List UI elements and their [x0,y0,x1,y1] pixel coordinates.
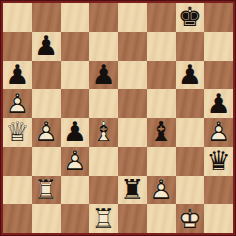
square-d5[interactable] [89,89,118,118]
square-c3[interactable]: ♟♙ [61,147,90,176]
square-b6[interactable] [32,61,61,90]
piece-white-rook[interactable]: ♜♖ [32,176,61,205]
square-g2[interactable] [176,176,205,205]
piece-white-pawn[interactable]: ♟♙ [32,118,61,147]
bishop-glyph-outline: ♗ [89,118,118,147]
square-g3[interactable] [176,147,205,176]
square-e4[interactable] [118,118,147,147]
square-b5[interactable] [32,89,61,118]
piece-black-pawn[interactable]: ♟ [176,61,205,90]
square-f1[interactable] [147,204,176,233]
square-g8[interactable]: ♚ [176,3,205,32]
pawn-glyph-outline: ♙ [204,118,233,147]
rook-glyph-outline: ♖ [32,176,61,205]
square-a2[interactable] [3,176,32,205]
square-b8[interactable] [32,3,61,32]
square-g5[interactable] [176,89,205,118]
square-c6[interactable] [61,61,90,90]
pawn-glyph: ♟ [204,89,233,118]
square-c8[interactable] [61,3,90,32]
square-d2[interactable] [89,176,118,205]
pawn-glyph: ♟ [32,32,61,61]
square-a6[interactable]: ♟ [3,61,32,90]
square-b3[interactable] [32,147,61,176]
square-e1[interactable] [118,204,147,233]
piece-black-pawn[interactable]: ♟ [204,89,233,118]
square-d4[interactable]: ♝♗ [89,118,118,147]
piece-white-bishop[interactable]: ♝♗ [89,118,118,147]
pawn-glyph-outline: ♙ [3,89,32,118]
square-a8[interactable] [3,3,32,32]
square-b2[interactable]: ♜♖ [32,176,61,205]
piece-white-pawn[interactable]: ♟♙ [204,118,233,147]
square-a5[interactable]: ♟♙ [3,89,32,118]
square-h7[interactable] [204,32,233,61]
piece-black-pawn[interactable]: ♟ [32,32,61,61]
piece-black-pawn[interactable]: ♟ [61,118,90,147]
rook-glyph-outline: ♖ [89,204,118,233]
square-e2[interactable]: ♜ [118,176,147,205]
square-a1[interactable] [3,204,32,233]
square-c7[interactable] [61,32,90,61]
pawn-glyph: ♟ [3,61,32,90]
square-c5[interactable] [61,89,90,118]
square-f8[interactable] [147,3,176,32]
square-b7[interactable]: ♟ [32,32,61,61]
square-b1[interactable] [32,204,61,233]
piece-white-king[interactable]: ♚♔ [176,204,205,233]
pawn-glyph-outline: ♙ [147,176,176,205]
square-a7[interactable] [3,32,32,61]
square-h1[interactable] [204,204,233,233]
square-a3[interactable] [3,147,32,176]
square-c1[interactable] [61,204,90,233]
square-h8[interactable] [204,3,233,32]
piece-black-king[interactable]: ♚ [176,3,205,32]
piece-black-rook[interactable]: ♜ [118,176,147,205]
king-glyph: ♚ [176,3,205,32]
square-d7[interactable] [89,32,118,61]
square-h5[interactable]: ♟ [204,89,233,118]
square-c2[interactable] [61,176,90,205]
square-h6[interactable] [204,61,233,90]
square-h4[interactable]: ♟♙ [204,118,233,147]
piece-white-queen[interactable]: ♛♕ [3,118,32,147]
pawn-glyph: ♟ [61,118,90,147]
square-c4[interactable]: ♟ [61,118,90,147]
rook-glyph: ♜ [118,176,147,205]
square-d1[interactable]: ♜♖ [89,204,118,233]
piece-white-pawn[interactable]: ♟♙ [61,147,90,176]
square-e3[interactable] [118,147,147,176]
queen-glyph: ♛ [204,147,233,176]
queen-glyph-outline: ♕ [3,118,32,147]
square-f3[interactable] [147,147,176,176]
square-g4[interactable] [176,118,205,147]
square-d6[interactable]: ♟ [89,61,118,90]
square-e7[interactable] [118,32,147,61]
pawn-glyph: ♟ [176,61,205,90]
pawn-glyph-outline: ♙ [32,118,61,147]
square-f4[interactable]: ♝ [147,118,176,147]
square-f2[interactable]: ♟♙ [147,176,176,205]
piece-white-pawn[interactable]: ♟♙ [3,89,32,118]
bishop-glyph: ♝ [147,118,176,147]
square-f5[interactable] [147,89,176,118]
piece-white-rook[interactable]: ♜♖ [89,204,118,233]
piece-black-bishop[interactable]: ♝ [147,118,176,147]
pawn-glyph: ♟ [89,61,118,90]
pawn-glyph-outline: ♙ [61,147,90,176]
square-b4[interactable]: ♟♙ [32,118,61,147]
square-g7[interactable] [176,32,205,61]
chess-board-frame: ♚♟♟♟♟♟♙♟♛♕♟♙♟♝♗♝♟♙♟♙♛♜♖♜♟♙♜♖♚♔ [0,0,236,236]
square-d3[interactable] [89,147,118,176]
square-a4[interactable]: ♛♕ [3,118,32,147]
chess-board: ♚♟♟♟♟♟♙♟♛♕♟♙♟♝♗♝♟♙♟♙♛♜♖♜♟♙♜♖♚♔ [3,3,233,233]
piece-black-pawn[interactable]: ♟ [3,61,32,90]
piece-black-queen[interactable]: ♛ [204,147,233,176]
square-e6[interactable] [118,61,147,90]
piece-white-pawn[interactable]: ♟♙ [147,176,176,205]
square-g1[interactable]: ♚♔ [176,204,205,233]
square-e5[interactable] [118,89,147,118]
square-h3[interactable]: ♛ [204,147,233,176]
square-f6[interactable] [147,61,176,90]
square-g6[interactable]: ♟ [176,61,205,90]
piece-black-pawn[interactable]: ♟ [89,61,118,90]
square-d8[interactable] [89,3,118,32]
square-h2[interactable] [204,176,233,205]
king-glyph-outline: ♔ [176,204,205,233]
square-e8[interactable] [118,3,147,32]
square-f7[interactable] [147,32,176,61]
